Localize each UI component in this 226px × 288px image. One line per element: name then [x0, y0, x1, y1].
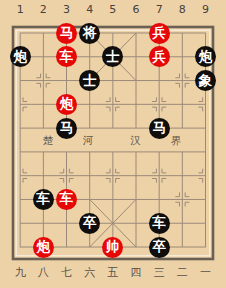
piece-black-soldier[interactable]: 卒 [79, 213, 100, 234]
point-marker [185, 202, 189, 206]
point-marker [116, 97, 120, 101]
piece-black-horse[interactable]: 马 [149, 118, 170, 139]
river-label-char: 汉 [129, 134, 143, 147]
piece-red-horse[interactable]: 马 [56, 23, 77, 44]
top-coordinate-label: 5 [105, 3, 121, 17]
point-marker [106, 107, 110, 111]
point-marker [69, 169, 73, 173]
point-marker [162, 107, 166, 111]
point-marker [199, 97, 203, 101]
bottom-coordinate-label: 二 [174, 266, 190, 280]
point-marker [162, 169, 166, 173]
piece-black-general[interactable]: 将 [79, 23, 100, 44]
piece-red-general[interactable]: 帅 [102, 237, 123, 258]
bottom-coordinate-label: 九 [12, 266, 28, 280]
xiangqi-board-screenshot: 123456789 楚河汉界 马将兵炮车士兵炮士象炮马马车车卒车炮帅卒 九八七六… [0, 0, 226, 288]
bottom-coordinate-label: 八 [35, 266, 51, 280]
point-marker [46, 74, 50, 78]
point-marker [152, 169, 156, 173]
river-label-char: 界 [169, 134, 183, 147]
point-marker [185, 74, 189, 78]
point-marker [46, 83, 50, 87]
piece-red-cannon[interactable]: 炮 [33, 237, 54, 258]
point-marker [175, 74, 179, 78]
river-label-char: 楚 [41, 134, 55, 147]
point-marker [152, 178, 156, 182]
bottom-coordinate-label: 一 [198, 266, 214, 280]
point-marker [162, 178, 166, 182]
point-marker [23, 178, 27, 182]
piece-red-soldier[interactable]: 兵 [149, 23, 170, 44]
piece-red-chariot[interactable]: 车 [56, 189, 77, 210]
river-label-char: 河 [81, 134, 95, 147]
piece-black-soldier[interactable]: 卒 [149, 237, 170, 258]
point-marker [175, 202, 179, 206]
point-marker [106, 169, 110, 173]
point-marker [185, 83, 189, 87]
point-marker [116, 107, 120, 111]
point-marker [36, 83, 40, 87]
bottom-coordinate-label: 四 [128, 266, 144, 280]
point-marker [106, 178, 110, 182]
piece-black-chariot[interactable]: 车 [149, 213, 170, 234]
point-marker [69, 178, 73, 182]
bottom-coordinate-label: 七 [59, 266, 75, 280]
point-marker [199, 107, 203, 111]
top-coordinate-label: 3 [59, 3, 75, 17]
top-coordinate-label: 6 [128, 3, 144, 17]
point-marker [199, 169, 203, 173]
bottom-coordinate-label: 五 [105, 266, 121, 280]
piece-black-cannon[interactable]: 炮 [10, 46, 31, 67]
top-coordinate-label: 2 [35, 3, 51, 17]
point-marker [23, 169, 27, 173]
point-marker [23, 107, 27, 111]
piece-black-elephant[interactable]: 象 [195, 70, 216, 91]
bottom-coordinate-label: 六 [82, 266, 98, 280]
piece-red-cannon[interactable]: 炮 [56, 94, 77, 115]
point-marker [199, 178, 203, 182]
top-coordinate-label: 7 [151, 3, 167, 17]
point-marker [185, 192, 189, 196]
point-marker [60, 178, 64, 182]
point-marker [175, 192, 179, 196]
top-coordinate-label: 8 [174, 3, 190, 17]
point-marker [60, 169, 64, 173]
point-marker [116, 169, 120, 173]
point-marker [23, 97, 27, 101]
piece-black-horse[interactable]: 马 [56, 118, 77, 139]
point-marker [116, 178, 120, 182]
bottom-coordinate-label: 三 [151, 266, 167, 280]
point-marker [162, 97, 166, 101]
piece-red-soldier[interactable]: 兵 [149, 46, 170, 67]
point-marker [106, 97, 110, 101]
piece-black-chariot[interactable]: 车 [33, 189, 54, 210]
point-marker [152, 97, 156, 101]
top-coordinate-label: 1 [12, 3, 28, 17]
top-coordinate-label: 9 [198, 3, 214, 17]
point-marker [152, 107, 156, 111]
point-marker [36, 74, 40, 78]
point-marker [175, 83, 179, 87]
top-coordinate-label: 4 [82, 3, 98, 17]
